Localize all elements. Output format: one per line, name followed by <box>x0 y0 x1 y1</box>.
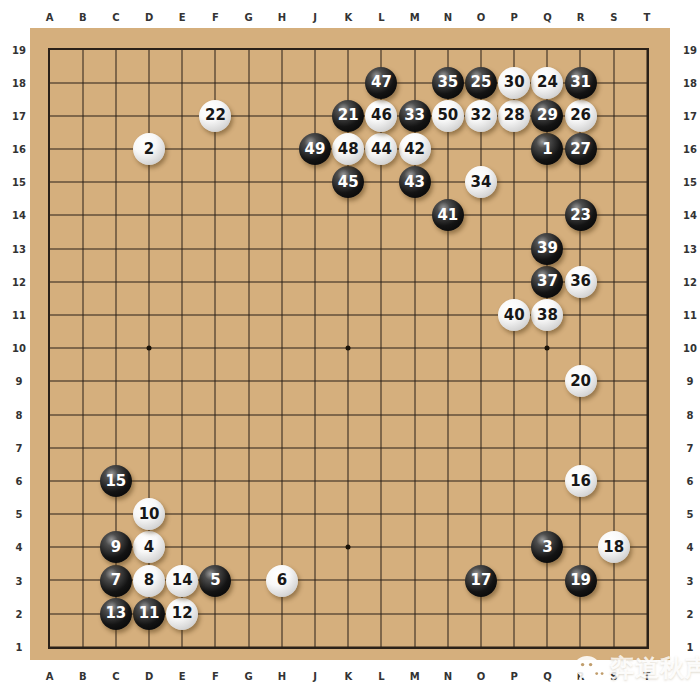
point-C15[interactable] <box>99 166 132 199</box>
point-O9[interactable] <box>464 365 497 398</box>
point-Q15[interactable] <box>531 166 564 199</box>
point-H7[interactable] <box>265 431 298 464</box>
point-G4[interactable] <box>232 531 265 564</box>
point-F16[interactable] <box>199 132 232 165</box>
point-Q7[interactable] <box>531 431 564 464</box>
point-A15[interactable] <box>33 166 66 199</box>
point-C19[interactable] <box>99 33 132 66</box>
stone-black-47-L18[interactable]: 47 <box>365 67 397 99</box>
point-R2[interactable] <box>564 597 597 630</box>
point-T19[interactable] <box>630 33 663 66</box>
point-C14[interactable] <box>99 199 132 232</box>
point-B10[interactable] <box>66 332 99 365</box>
point-F18[interactable] <box>199 66 232 99</box>
point-P10[interactable] <box>498 332 531 365</box>
point-S5[interactable] <box>597 498 630 531</box>
point-D14[interactable] <box>132 199 165 232</box>
point-O1[interactable] <box>464 630 497 663</box>
point-N19[interactable] <box>431 33 464 66</box>
point-E4[interactable] <box>166 531 199 564</box>
point-N7[interactable] <box>431 431 464 464</box>
stone-white-36-R12[interactable]: 36 <box>565 266 597 298</box>
point-H14[interactable] <box>265 199 298 232</box>
point-N4[interactable] <box>431 531 464 564</box>
stone-white-14-E3[interactable]: 14 <box>166 565 198 597</box>
point-B7[interactable] <box>66 431 99 464</box>
point-F6[interactable] <box>199 464 232 497</box>
point-G6[interactable] <box>232 464 265 497</box>
point-T6[interactable] <box>630 464 663 497</box>
point-L4[interactable] <box>365 531 398 564</box>
point-A5[interactable] <box>33 498 66 531</box>
point-D13[interactable] <box>132 232 165 265</box>
point-B4[interactable] <box>66 531 99 564</box>
point-D12[interactable] <box>132 265 165 298</box>
point-T12[interactable] <box>630 265 663 298</box>
point-J13[interactable] <box>298 232 331 265</box>
point-A7[interactable] <box>33 431 66 464</box>
point-C11[interactable] <box>99 298 132 331</box>
stone-white-20-R9[interactable]: 20 <box>565 365 597 397</box>
point-M3[interactable] <box>398 564 431 597</box>
point-M7[interactable] <box>398 431 431 464</box>
point-B13[interactable] <box>66 232 99 265</box>
point-J9[interactable] <box>298 365 331 398</box>
point-J5[interactable] <box>298 498 331 531</box>
point-J11[interactable] <box>298 298 331 331</box>
stone-black-19-R3[interactable]: 19 <box>565 565 597 597</box>
point-P19[interactable] <box>498 33 531 66</box>
stone-white-16-R6[interactable]: 16 <box>565 465 597 497</box>
point-P8[interactable] <box>498 398 531 431</box>
point-S2[interactable] <box>597 597 630 630</box>
point-N3[interactable] <box>431 564 464 597</box>
stone-black-11-D2[interactable]: 11 <box>133 598 165 630</box>
point-O6[interactable] <box>464 464 497 497</box>
stone-white-4-D4[interactable]: 4 <box>133 531 165 563</box>
stone-white-28-P17[interactable]: 28 <box>498 100 530 132</box>
point-G12[interactable] <box>232 265 265 298</box>
point-A16[interactable] <box>33 132 66 165</box>
point-T15[interactable] <box>630 166 663 199</box>
point-S3[interactable] <box>597 564 630 597</box>
point-G1[interactable] <box>232 630 265 663</box>
point-S7[interactable] <box>597 431 630 464</box>
point-G5[interactable] <box>232 498 265 531</box>
point-O8[interactable] <box>464 398 497 431</box>
stone-black-15-C6[interactable]: 15 <box>100 465 132 497</box>
point-F5[interactable] <box>199 498 232 531</box>
point-E9[interactable] <box>166 365 199 398</box>
point-N16[interactable] <box>431 132 464 165</box>
point-C18[interactable] <box>99 66 132 99</box>
point-N8[interactable] <box>431 398 464 431</box>
stone-black-7-C3[interactable]: 7 <box>100 565 132 597</box>
stone-black-25-O18[interactable]: 25 <box>465 67 497 99</box>
point-H5[interactable] <box>265 498 298 531</box>
point-T4[interactable] <box>630 531 663 564</box>
point-S8[interactable] <box>597 398 630 431</box>
point-B6[interactable] <box>66 464 99 497</box>
point-C1[interactable] <box>99 630 132 663</box>
point-G16[interactable] <box>232 132 265 165</box>
point-E6[interactable] <box>166 464 199 497</box>
point-F4[interactable] <box>199 531 232 564</box>
point-H12[interactable] <box>265 265 298 298</box>
point-M18[interactable] <box>398 66 431 99</box>
point-S18[interactable] <box>597 66 630 99</box>
point-P6[interactable] <box>498 464 531 497</box>
point-K5[interactable] <box>332 498 365 531</box>
point-T17[interactable] <box>630 99 663 132</box>
point-H2[interactable] <box>265 597 298 630</box>
point-R19[interactable] <box>564 33 597 66</box>
stone-black-45-K15[interactable]: 45 <box>332 166 364 198</box>
point-R13[interactable] <box>564 232 597 265</box>
point-E12[interactable] <box>166 265 199 298</box>
point-O5[interactable] <box>464 498 497 531</box>
point-P16[interactable] <box>498 132 531 165</box>
point-A14[interactable] <box>33 199 66 232</box>
point-A3[interactable] <box>33 564 66 597</box>
point-T10[interactable] <box>630 332 663 365</box>
point-D8[interactable] <box>132 398 165 431</box>
point-M2[interactable] <box>398 597 431 630</box>
point-C9[interactable] <box>99 365 132 398</box>
point-J17[interactable] <box>298 99 331 132</box>
point-A4[interactable] <box>33 531 66 564</box>
point-B12[interactable] <box>66 265 99 298</box>
stone-black-29-Q17[interactable]: 29 <box>531 100 563 132</box>
point-K7[interactable] <box>332 431 365 464</box>
point-B18[interactable] <box>66 66 99 99</box>
stone-black-13-C2[interactable]: 13 <box>100 598 132 630</box>
stone-black-27-R16[interactable]: 27 <box>565 133 597 165</box>
stone-black-17-O3[interactable]: 17 <box>465 565 497 597</box>
point-J3[interactable] <box>298 564 331 597</box>
point-H6[interactable] <box>265 464 298 497</box>
stone-black-23-R14[interactable]: 23 <box>565 199 597 231</box>
point-R1[interactable] <box>564 630 597 663</box>
point-O4[interactable] <box>464 531 497 564</box>
point-S9[interactable] <box>597 365 630 398</box>
point-L15[interactable] <box>365 166 398 199</box>
point-M14[interactable] <box>398 199 431 232</box>
point-G8[interactable] <box>232 398 265 431</box>
point-R4[interactable] <box>564 531 597 564</box>
point-M10[interactable] <box>398 332 431 365</box>
point-S17[interactable] <box>597 99 630 132</box>
point-O10[interactable] <box>464 332 497 365</box>
point-P9[interactable] <box>498 365 531 398</box>
point-J1[interactable] <box>298 630 331 663</box>
point-P14[interactable] <box>498 199 531 232</box>
stone-white-44-L16[interactable]: 44 <box>365 133 397 165</box>
point-H13[interactable] <box>265 232 298 265</box>
point-H17[interactable] <box>265 99 298 132</box>
point-G10[interactable] <box>232 332 265 365</box>
point-R7[interactable] <box>564 431 597 464</box>
point-D18[interactable] <box>132 66 165 99</box>
point-S12[interactable] <box>597 265 630 298</box>
point-D1[interactable] <box>132 630 165 663</box>
stone-black-31-R18[interactable]: 31 <box>565 67 597 99</box>
point-J8[interactable] <box>298 398 331 431</box>
point-S16[interactable] <box>597 132 630 165</box>
point-T14[interactable] <box>630 199 663 232</box>
point-L5[interactable] <box>365 498 398 531</box>
point-L2[interactable] <box>365 597 398 630</box>
point-G11[interactable] <box>232 298 265 331</box>
point-L7[interactable] <box>365 431 398 464</box>
point-G18[interactable] <box>232 66 265 99</box>
point-N12[interactable] <box>431 265 464 298</box>
point-A2[interactable] <box>33 597 66 630</box>
point-Q9[interactable] <box>531 365 564 398</box>
point-Q2[interactable] <box>531 597 564 630</box>
point-D11[interactable] <box>132 298 165 331</box>
point-M1[interactable] <box>398 630 431 663</box>
point-L10[interactable] <box>365 332 398 365</box>
point-S19[interactable] <box>597 33 630 66</box>
point-J7[interactable] <box>298 431 331 464</box>
point-S6[interactable] <box>597 464 630 497</box>
point-O2[interactable] <box>464 597 497 630</box>
point-B9[interactable] <box>66 365 99 398</box>
point-D7[interactable] <box>132 431 165 464</box>
point-K18[interactable] <box>332 66 365 99</box>
point-Q6[interactable] <box>531 464 564 497</box>
stone-white-8-D3[interactable]: 8 <box>133 565 165 597</box>
point-B2[interactable] <box>66 597 99 630</box>
stone-white-48-K16[interactable]: 48 <box>332 133 364 165</box>
point-M5[interactable] <box>398 498 431 531</box>
point-E7[interactable] <box>166 431 199 464</box>
point-T1[interactable] <box>630 630 663 663</box>
point-S14[interactable] <box>597 199 630 232</box>
stone-black-3-Q4[interactable]: 3 <box>531 531 563 563</box>
point-F1[interactable] <box>199 630 232 663</box>
stone-black-1-Q16[interactable]: 1 <box>531 133 563 165</box>
point-K14[interactable] <box>332 199 365 232</box>
point-O19[interactable] <box>464 33 497 66</box>
point-O14[interactable] <box>464 199 497 232</box>
point-K8[interactable] <box>332 398 365 431</box>
stone-black-41-N14[interactable]: 41 <box>432 199 464 231</box>
stone-black-33-M17[interactable]: 33 <box>399 100 431 132</box>
point-B8[interactable] <box>66 398 99 431</box>
point-F11[interactable] <box>199 298 232 331</box>
stone-white-32-O17[interactable]: 32 <box>465 100 497 132</box>
point-F2[interactable] <box>199 597 232 630</box>
point-E19[interactable] <box>166 33 199 66</box>
point-H4[interactable] <box>265 531 298 564</box>
point-S1[interactable] <box>597 630 630 663</box>
point-N5[interactable] <box>431 498 464 531</box>
point-A6[interactable] <box>33 464 66 497</box>
point-L8[interactable] <box>365 398 398 431</box>
point-Q19[interactable] <box>531 33 564 66</box>
point-L14[interactable] <box>365 199 398 232</box>
point-L6[interactable] <box>365 464 398 497</box>
point-C17[interactable] <box>99 99 132 132</box>
point-A9[interactable] <box>33 365 66 398</box>
point-F7[interactable] <box>199 431 232 464</box>
point-K12[interactable] <box>332 265 365 298</box>
point-C10[interactable] <box>99 332 132 365</box>
point-B3[interactable] <box>66 564 99 597</box>
point-E1[interactable] <box>166 630 199 663</box>
point-J2[interactable] <box>298 597 331 630</box>
point-D17[interactable] <box>132 99 165 132</box>
point-R10[interactable] <box>564 332 597 365</box>
point-K13[interactable] <box>332 232 365 265</box>
point-E8[interactable] <box>166 398 199 431</box>
point-P7[interactable] <box>498 431 531 464</box>
point-C8[interactable] <box>99 398 132 431</box>
stone-black-39-Q13[interactable]: 39 <box>531 233 563 265</box>
point-L3[interactable] <box>365 564 398 597</box>
stone-white-24-Q18[interactable]: 24 <box>531 67 563 99</box>
point-M11[interactable] <box>398 298 431 331</box>
point-A13[interactable] <box>33 232 66 265</box>
point-E5[interactable] <box>166 498 199 531</box>
stone-white-12-E2[interactable]: 12 <box>166 598 198 630</box>
stone-white-40-P11[interactable]: 40 <box>498 299 530 331</box>
stone-white-46-L17[interactable]: 46 <box>365 100 397 132</box>
point-T3[interactable] <box>630 564 663 597</box>
stone-white-6-H3[interactable]: 6 <box>266 565 298 597</box>
point-O12[interactable] <box>464 265 497 298</box>
point-Q1[interactable] <box>531 630 564 663</box>
point-Q5[interactable] <box>531 498 564 531</box>
point-K2[interactable] <box>332 597 365 630</box>
point-P13[interactable] <box>498 232 531 265</box>
point-M9[interactable] <box>398 365 431 398</box>
point-T9[interactable] <box>630 365 663 398</box>
point-O11[interactable] <box>464 298 497 331</box>
stone-black-49-J16[interactable]: 49 <box>299 133 331 165</box>
point-G14[interactable] <box>232 199 265 232</box>
point-E13[interactable] <box>166 232 199 265</box>
point-C7[interactable] <box>99 431 132 464</box>
point-N15[interactable] <box>431 166 464 199</box>
point-K11[interactable] <box>332 298 365 331</box>
point-A18[interactable] <box>33 66 66 99</box>
point-P5[interactable] <box>498 498 531 531</box>
point-H1[interactable] <box>265 630 298 663</box>
point-K9[interactable] <box>332 365 365 398</box>
point-H10[interactable] <box>265 332 298 365</box>
point-C13[interactable] <box>99 232 132 265</box>
point-P3[interactable] <box>498 564 531 597</box>
point-K3[interactable] <box>332 564 365 597</box>
point-S11[interactable] <box>597 298 630 331</box>
point-P2[interactable] <box>498 597 531 630</box>
point-S13[interactable] <box>597 232 630 265</box>
stone-white-42-M16[interactable]: 42 <box>399 133 431 165</box>
point-S10[interactable] <box>597 332 630 365</box>
point-G3[interactable] <box>232 564 265 597</box>
point-A11[interactable] <box>33 298 66 331</box>
point-P12[interactable] <box>498 265 531 298</box>
point-E16[interactable] <box>166 132 199 165</box>
point-D19[interactable] <box>132 33 165 66</box>
point-E10[interactable] <box>166 332 199 365</box>
point-S15[interactable] <box>597 166 630 199</box>
point-B14[interactable] <box>66 199 99 232</box>
point-Q3[interactable] <box>531 564 564 597</box>
point-R8[interactable] <box>564 398 597 431</box>
point-O7[interactable] <box>464 431 497 464</box>
point-M6[interactable] <box>398 464 431 497</box>
point-N10[interactable] <box>431 332 464 365</box>
point-G7[interactable] <box>232 431 265 464</box>
point-G15[interactable] <box>232 166 265 199</box>
point-N9[interactable] <box>431 365 464 398</box>
point-G9[interactable] <box>232 365 265 398</box>
point-H9[interactable] <box>265 365 298 398</box>
stone-white-50-N17[interactable]: 50 <box>432 100 464 132</box>
point-E17[interactable] <box>166 99 199 132</box>
point-F9[interactable] <box>199 365 232 398</box>
point-C5[interactable] <box>99 498 132 531</box>
point-E15[interactable] <box>166 166 199 199</box>
point-H11[interactable] <box>265 298 298 331</box>
point-J4[interactable] <box>298 531 331 564</box>
point-H19[interactable] <box>265 33 298 66</box>
point-F8[interactable] <box>199 398 232 431</box>
point-B11[interactable] <box>66 298 99 331</box>
point-L19[interactable] <box>365 33 398 66</box>
point-B1[interactable] <box>66 630 99 663</box>
point-M19[interactable] <box>398 33 431 66</box>
point-T7[interactable] <box>630 431 663 464</box>
point-G13[interactable] <box>232 232 265 265</box>
stone-white-22-F17[interactable]: 22 <box>199 100 231 132</box>
stone-white-18-S4[interactable]: 18 <box>598 531 630 563</box>
point-O16[interactable] <box>464 132 497 165</box>
point-M12[interactable] <box>398 265 431 298</box>
point-E18[interactable] <box>166 66 199 99</box>
point-R15[interactable] <box>564 166 597 199</box>
point-T11[interactable] <box>630 298 663 331</box>
point-T8[interactable] <box>630 398 663 431</box>
point-E14[interactable] <box>166 199 199 232</box>
point-P15[interactable] <box>498 166 531 199</box>
point-N13[interactable] <box>431 232 464 265</box>
point-P1[interactable] <box>498 630 531 663</box>
point-N6[interactable] <box>431 464 464 497</box>
point-L11[interactable] <box>365 298 398 331</box>
point-F12[interactable] <box>199 265 232 298</box>
stone-black-9-C4[interactable]: 9 <box>100 531 132 563</box>
point-H8[interactable] <box>265 398 298 431</box>
point-B19[interactable] <box>66 33 99 66</box>
point-M8[interactable] <box>398 398 431 431</box>
stone-white-10-D5[interactable]: 10 <box>133 498 165 530</box>
point-K19[interactable] <box>332 33 365 66</box>
point-A17[interactable] <box>33 99 66 132</box>
point-F13[interactable] <box>199 232 232 265</box>
point-J6[interactable] <box>298 464 331 497</box>
stone-white-2-D16[interactable]: 2 <box>133 133 165 165</box>
point-F10[interactable] <box>199 332 232 365</box>
stone-white-30-P18[interactable]: 30 <box>498 67 530 99</box>
point-R5[interactable] <box>564 498 597 531</box>
point-N11[interactable] <box>431 298 464 331</box>
point-Q8[interactable] <box>531 398 564 431</box>
